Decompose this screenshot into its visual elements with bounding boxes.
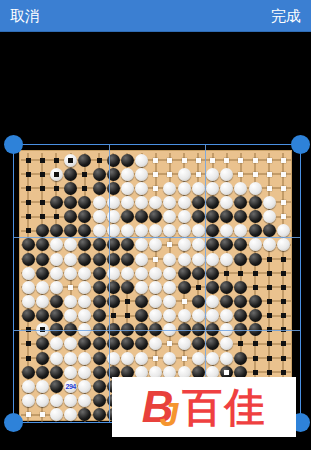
watermark-logo: B J 百佳 (112, 377, 296, 437)
thirds-line-vertical-1 (109, 145, 110, 422)
thirds-line-horizontal-2 (14, 330, 300, 331)
thirds-line-horizontal-1 (14, 237, 300, 238)
watermark-letter-j: J (159, 397, 178, 431)
cancel-button[interactable]: 取消 (10, 0, 40, 32)
watermark-text: 百佳 (182, 387, 266, 427)
crop-handle-top-right[interactable] (291, 135, 310, 154)
crop-handle-bottom-left[interactable] (4, 413, 23, 432)
title-bar: 取消 完成 (0, 0, 311, 32)
photo-area: 294 B J 百佳 (0, 32, 311, 450)
crop-handle-top-left[interactable] (4, 135, 23, 154)
done-button[interactable]: 完成 (271, 0, 301, 32)
